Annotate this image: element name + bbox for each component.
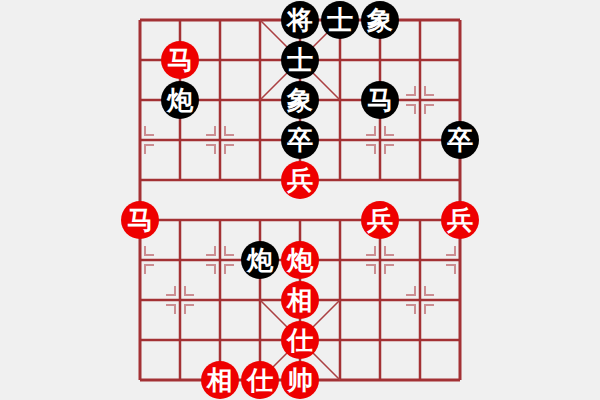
- piece-black-advisor[interactable]: 士: [321, 1, 359, 39]
- piece-red-elephant[interactable]: 相: [281, 281, 319, 319]
- piece-black-soldier[interactable]: 卒: [441, 121, 479, 159]
- piece-red-horse[interactable]: 马: [121, 201, 159, 239]
- piece-black-elephant[interactable]: 象: [361, 1, 399, 39]
- piece-black-general[interactable]: 将: [281, 1, 319, 39]
- piece-red-soldier[interactable]: 兵: [441, 201, 479, 239]
- piece-black-horse[interactable]: 马: [361, 81, 399, 119]
- pieces-layer: 将士象士马炮象马卒卒兵马兵兵炮炮相仕相仕帅: [0, 0, 600, 400]
- piece-black-soldier[interactable]: 卒: [281, 121, 319, 159]
- piece-red-elephant[interactable]: 相: [201, 361, 239, 399]
- piece-red-advisor[interactable]: 仕: [281, 321, 319, 359]
- piece-red-soldier[interactable]: 兵: [281, 161, 319, 199]
- piece-red-king[interactable]: 帅: [281, 361, 319, 399]
- piece-black-elephant[interactable]: 象: [281, 81, 319, 119]
- piece-red-horse[interactable]: 马: [161, 41, 199, 79]
- piece-black-advisor[interactable]: 士: [281, 41, 319, 79]
- piece-red-cannon[interactable]: 炮: [281, 241, 319, 279]
- piece-red-soldier[interactable]: 兵: [361, 201, 399, 239]
- xiangqi-app: 将士象士马炮象马卒卒兵马兵兵炮炮相仕相仕帅: [0, 0, 600, 400]
- piece-black-cannon[interactable]: 炮: [241, 241, 279, 279]
- piece-black-cannon[interactable]: 炮: [161, 81, 199, 119]
- piece-red-advisor[interactable]: 仕: [241, 361, 279, 399]
